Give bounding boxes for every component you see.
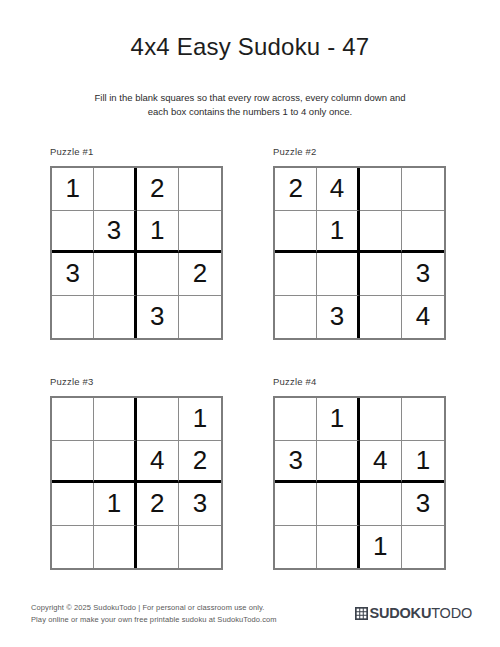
- sudoku-cell: [137, 526, 179, 569]
- sudoku-cell: [275, 526, 317, 569]
- sudoku-cell: [275, 253, 317, 296]
- copyright-line-2: Play online or make your own free printa…: [31, 614, 277, 626]
- sudoku-cell: 1: [317, 398, 359, 441]
- sudoku-grid-icon: [355, 607, 368, 620]
- sudoku-cell: 3: [137, 296, 179, 339]
- sudoku-cell: [360, 211, 402, 254]
- sudoku-cell: 4: [317, 168, 359, 211]
- sudoku-cell: [317, 526, 359, 569]
- sudoku-cell: 3: [317, 296, 359, 339]
- sudoku-cell: [402, 526, 444, 569]
- sudoku-cell: [52, 296, 94, 339]
- sudoku-cell: [360, 483, 402, 526]
- sudoku-cell: 3: [179, 483, 221, 526]
- page-footer: Copyright © 2025 SudokuTodo | For person…: [0, 602, 500, 626]
- sudoku-cell: [52, 526, 94, 569]
- puzzle-1-label: Puzzle #1: [50, 147, 223, 157]
- sudoku-cell: [94, 168, 136, 211]
- sudoku-cell: 1: [137, 211, 179, 254]
- sudoku-cell: 1: [402, 441, 444, 484]
- sudoku-cell: 1: [360, 526, 402, 569]
- sudoku-cell: 2: [275, 168, 317, 211]
- puzzle-3-label: Puzzle #3: [50, 377, 223, 387]
- sudoku-cell: [275, 398, 317, 441]
- instructions: Fill in the blank squares so that every …: [0, 91, 500, 119]
- sudoku-cell: [52, 211, 94, 254]
- sudoku-cell: [275, 296, 317, 339]
- sudoku-cell: [94, 253, 136, 296]
- sudoku-cell: 3: [94, 211, 136, 254]
- sudoku-cell: 3: [275, 441, 317, 484]
- sudoku-cell: [94, 296, 136, 339]
- sudoku-cell: [360, 296, 402, 339]
- sudoku-cell: [317, 253, 359, 296]
- sudoku-cell: [137, 253, 179, 296]
- sudoku-grid-2: 241334: [273, 166, 446, 340]
- sudoku-cell: 3: [52, 253, 94, 296]
- sudoku-cell: 2: [137, 168, 179, 211]
- sudoku-cell: [52, 441, 94, 484]
- sudoku-cell: [317, 483, 359, 526]
- sudoku-cell: [179, 168, 221, 211]
- sudoku-cell: [402, 398, 444, 441]
- puzzle-3: Puzzle #3 142123: [50, 377, 223, 570]
- sudoku-cell: 1: [179, 398, 221, 441]
- sudoku-cell: 1: [52, 168, 94, 211]
- sudoku-grid-3: 142123: [50, 396, 223, 570]
- sudoku-cell: [137, 398, 179, 441]
- puzzle-4: Puzzle #4 134131: [273, 377, 446, 570]
- sudoku-cell: [179, 211, 221, 254]
- sudoku-cell: 4: [137, 441, 179, 484]
- sudoku-cell: [179, 526, 221, 569]
- sudoku-cell: 2: [179, 253, 221, 296]
- sudoku-cell: [402, 168, 444, 211]
- sudoku-cell: [179, 296, 221, 339]
- logo-text-bold: SUDOKU: [370, 605, 432, 621]
- sudoku-cell: [94, 398, 136, 441]
- sudoku-cell: [94, 526, 136, 569]
- sudoku-cell: [275, 483, 317, 526]
- puzzle-2-label: Puzzle #2: [273, 147, 446, 157]
- copyright-text: Copyright © 2025 SudokuTodo | For person…: [31, 602, 277, 626]
- sudoku-cell: 2: [137, 483, 179, 526]
- sudoku-grid-4: 134131: [273, 396, 446, 570]
- sudoku-cell: 4: [402, 296, 444, 339]
- sudoku-cell: [317, 441, 359, 484]
- instructions-line-2: each box contains the numbers 1 to 4 onl…: [0, 105, 500, 119]
- copyright-line-1: Copyright © 2025 SudokuTodo | For person…: [31, 602, 277, 614]
- sudoku-cell: [94, 441, 136, 484]
- sudoku-cell: 4: [360, 441, 402, 484]
- puzzle-2: Puzzle #2 241334: [273, 147, 446, 340]
- sudoku-cell: 3: [402, 483, 444, 526]
- printable-sudoku-page: 4x4 Easy Sudoku - 47 Fill in the blank s…: [0, 0, 500, 647]
- sudoku-cell: [360, 253, 402, 296]
- sudoku-cell: [52, 398, 94, 441]
- sudoku-cell: [52, 483, 94, 526]
- sudoku-cell: [275, 211, 317, 254]
- sudoku-cell: 1: [94, 483, 136, 526]
- sudoku-cell: [402, 211, 444, 254]
- page-title: 4x4 Easy Sudoku - 47: [0, 33, 500, 61]
- puzzle-1: Puzzle #1 1231323: [50, 147, 223, 340]
- sudoku-cell: 2: [179, 441, 221, 484]
- sudoku-cell: [360, 398, 402, 441]
- sudokutodo-logo: SUDOKUTODO: [355, 605, 472, 621]
- instructions-line-1: Fill in the blank squares so that every …: [0, 91, 500, 105]
- sudoku-cell: 1: [317, 211, 359, 254]
- puzzle-4-label: Puzzle #4: [273, 377, 446, 387]
- sudoku-cell: [360, 168, 402, 211]
- sudoku-cell: 3: [402, 253, 444, 296]
- sudoku-grid-1: 1231323: [50, 166, 223, 340]
- logo-text-light: TODO: [431, 605, 472, 621]
